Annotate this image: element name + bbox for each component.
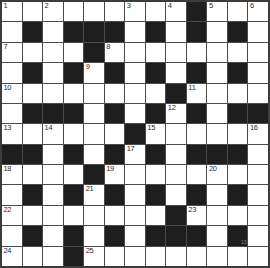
cell-r8c7[interactable]: 17	[125, 145, 145, 164]
cell-r2c13[interactable]	[248, 22, 268, 41]
cell-r10c11[interactable]	[207, 185, 227, 204]
cell-r4c1[interactable]	[2, 63, 22, 82]
black-cell-r10c12	[228, 185, 248, 204]
black-cell-r12c2	[23, 226, 43, 245]
cell-r1c6[interactable]	[105, 2, 125, 21]
clue-number-22: 22	[4, 206, 12, 214]
black-cell-r12c10	[187, 226, 207, 245]
black-cell-r8c8	[146, 145, 166, 164]
cell-r5c13[interactable]	[248, 84, 268, 103]
cell-r4c5[interactable]: 9	[84, 63, 104, 82]
black-cell-r2c12	[228, 22, 248, 41]
cell-r5c5[interactable]	[84, 84, 104, 103]
black-cell-r6c8	[146, 104, 166, 123]
clue-number-14: 14	[45, 124, 53, 132]
clue-number-7: 7	[4, 43, 8, 51]
cell-r7c9[interactable]	[166, 124, 186, 143]
cell-r2c7[interactable]	[125, 22, 145, 41]
black-cell-r12c6	[105, 226, 125, 245]
cell-r10c3[interactable]	[43, 185, 63, 204]
cell-r13c13[interactable]	[248, 247, 268, 266]
cell-r12c13[interactable]	[248, 226, 268, 245]
black-cell-r6c13	[248, 104, 268, 123]
black-cell-r2c2	[23, 22, 43, 41]
cell-r2c3[interactable]	[43, 22, 63, 41]
cell-r13c10[interactable]	[187, 247, 207, 266]
cell-r9c10[interactable]	[187, 165, 207, 184]
cell-r1c1[interactable]: 1	[2, 2, 22, 21]
cell-r7c10[interactable]	[187, 124, 207, 143]
cell-r5c1[interactable]: 10	[2, 84, 22, 103]
cell-r12c5[interactable]	[84, 226, 104, 245]
black-cell-r4c12	[228, 63, 248, 82]
black-cell-r9c5	[84, 165, 104, 184]
cell-r9c4[interactable]	[64, 165, 84, 184]
clue-number-8: 8	[106, 43, 110, 51]
clue-number-16: 16	[250, 124, 258, 132]
cell-r5c2[interactable]	[23, 84, 43, 103]
black-cell-r12c12: 13	[228, 226, 248, 245]
crossword-grid: 1234567891011121314151617181920212223132…	[0, 0, 270, 268]
cell-r1c9[interactable]: 4	[166, 2, 186, 21]
cell-r3c8[interactable]	[146, 43, 166, 62]
black-cell-r6c6	[105, 104, 125, 123]
cell-r2c11[interactable]	[207, 22, 227, 41]
cell-r7c6[interactable]	[105, 124, 125, 143]
cell-r6c9[interactable]: 12	[166, 104, 186, 123]
clue-number-4: 4	[168, 2, 172, 10]
cell-r6c7[interactable]	[125, 104, 145, 123]
cell-r1c11[interactable]: 5	[207, 2, 227, 21]
black-cell-r2c5	[84, 22, 104, 41]
cell-r9c7[interactable]	[125, 165, 145, 184]
cell-r7c4[interactable]	[64, 124, 84, 143]
clue-number-6: 6	[250, 2, 254, 10]
black-cell-r4c6	[105, 63, 125, 82]
cell-r9c13[interactable]	[248, 165, 268, 184]
cell-r3c2[interactable]	[23, 43, 43, 62]
black-cell-r8c11	[207, 145, 227, 164]
black-cell-r10c8	[146, 185, 166, 204]
clue-number-25: 25	[86, 247, 94, 255]
cell-r3c7[interactable]	[125, 43, 145, 62]
cell-r11c6[interactable]	[105, 206, 125, 225]
cell-r2c1[interactable]	[2, 22, 22, 41]
cell-r4c13[interactable]	[248, 63, 268, 82]
cell-r8c13[interactable]	[248, 145, 268, 164]
black-cell-r8c4	[64, 145, 84, 164]
clue-number-9: 9	[86, 63, 90, 71]
cell-r5c7[interactable]	[125, 84, 145, 103]
black-cell-r10c4	[64, 185, 84, 204]
cell-r7c13[interactable]: 16	[248, 124, 268, 143]
black-cell-r6c2	[23, 104, 43, 123]
cell-r13c7[interactable]	[125, 247, 145, 266]
clue-number-18: 18	[4, 165, 12, 173]
black-cell-r3c5	[84, 43, 104, 62]
cell-r11c4[interactable]	[64, 206, 84, 225]
black-cell-r6c4	[64, 104, 84, 123]
clue-number-11: 11	[188, 84, 195, 92]
cell-r5c4[interactable]	[64, 84, 84, 103]
black-cell-r1c10	[187, 2, 207, 21]
clue-number-12: 12	[168, 104, 176, 112]
cell-r6c5[interactable]	[84, 104, 104, 123]
cell-r11c1[interactable]: 22	[2, 206, 22, 225]
cell-r7c8[interactable]: 15	[146, 124, 166, 143]
cell-r8c3[interactable]	[43, 145, 63, 164]
cell-r5c8[interactable]	[146, 84, 166, 103]
watermark: 13	[241, 240, 247, 245]
cell-r3c6[interactable]: 8	[105, 43, 125, 62]
cell-r9c12[interactable]	[228, 165, 248, 184]
cell-r8c9[interactable]	[166, 145, 186, 164]
cell-r13c2[interactable]	[23, 247, 43, 266]
cell-r3c12[interactable]	[228, 43, 248, 62]
cell-r1c2[interactable]	[23, 2, 43, 21]
black-cell-r4c8	[146, 63, 166, 82]
cell-r11c10[interactable]: 23	[187, 206, 207, 225]
black-cell-r11c9	[166, 206, 186, 225]
cell-r4c7[interactable]	[125, 63, 145, 82]
black-cell-r4c4	[64, 63, 84, 82]
cell-r12c1[interactable]	[2, 226, 22, 245]
black-cell-r6c10	[187, 104, 207, 123]
cell-r13c9[interactable]	[166, 247, 186, 266]
clue-number-15: 15	[147, 124, 155, 132]
cell-r4c11[interactable]	[207, 63, 227, 82]
cell-r5c10[interactable]: 11	[187, 84, 207, 103]
cell-r7c3[interactable]: 14	[43, 124, 63, 143]
black-cell-r2c6	[105, 22, 125, 41]
cell-r13c1[interactable]: 24	[2, 247, 22, 266]
black-cell-r6c12	[228, 104, 248, 123]
black-cell-r2c10	[187, 22, 207, 41]
cell-r3c1[interactable]: 7	[2, 43, 22, 62]
black-cell-r5c9	[166, 84, 186, 103]
clue-number-20: 20	[209, 165, 217, 173]
black-cell-r12c8	[146, 226, 166, 245]
cell-r9c8[interactable]	[146, 165, 166, 184]
black-cell-r10c2	[23, 185, 43, 204]
cell-r3c11[interactable]	[207, 43, 227, 62]
clue-number-1: 1	[4, 2, 8, 10]
clue-number-2: 2	[45, 2, 49, 10]
cell-r12c7[interactable]	[125, 226, 145, 245]
black-cell-r8c6	[105, 145, 125, 164]
cell-r1c4[interactable]	[64, 2, 84, 21]
cell-r13c11[interactable]	[207, 247, 227, 266]
black-cell-r13c4	[64, 247, 84, 266]
crossword-page: 1234567891011121314151617181920212223132…	[0, 0, 270, 268]
clue-number-13: 13	[4, 124, 12, 132]
black-cell-r4c2	[23, 63, 43, 82]
cell-r10c1[interactable]	[2, 185, 22, 204]
cell-r3c3[interactable]	[43, 43, 63, 62]
cell-r11c7[interactable]	[125, 206, 145, 225]
cell-r7c5[interactable]	[84, 124, 104, 143]
cell-r9c3[interactable]	[43, 165, 63, 184]
black-cell-r8c2	[23, 145, 43, 164]
black-cell-r2c8	[146, 22, 166, 41]
cell-r6c1[interactable]	[2, 104, 22, 123]
black-cell-r2c4	[64, 22, 84, 41]
cell-r7c1[interactable]: 13	[2, 124, 22, 143]
cell-r7c2[interactable]	[23, 124, 43, 143]
cell-r13c8[interactable]	[146, 247, 166, 266]
cell-r13c12[interactable]	[228, 247, 248, 266]
cell-r11c2[interactable]	[23, 206, 43, 225]
cell-r9c1[interactable]: 18	[2, 165, 22, 184]
cell-r1c5[interactable]	[84, 2, 104, 21]
clue-number-23: 23	[188, 206, 196, 214]
black-cell-r8c10	[187, 145, 207, 164]
clue-number-5: 5	[209, 2, 213, 10]
cell-r1c7[interactable]: 3	[125, 2, 145, 21]
cell-r13c5[interactable]: 25	[84, 247, 104, 266]
cell-r3c9[interactable]	[166, 43, 186, 62]
cell-r12c3[interactable]	[43, 226, 63, 245]
cell-r4c9[interactable]	[166, 63, 186, 82]
clue-number-17: 17	[127, 145, 135, 153]
cell-r10c13[interactable]	[248, 185, 268, 204]
black-cell-r10c10	[187, 185, 207, 204]
cell-r11c8[interactable]	[146, 206, 166, 225]
cell-r11c13[interactable]	[248, 206, 268, 225]
cell-r5c12[interactable]	[228, 84, 248, 103]
black-cell-r7c7	[125, 124, 145, 143]
cell-r9c9[interactable]	[166, 165, 186, 184]
cell-r3c13[interactable]	[248, 43, 268, 62]
cell-r9c2[interactable]	[23, 165, 43, 184]
cell-r1c8[interactable]	[146, 2, 166, 21]
cell-r11c11[interactable]	[207, 206, 227, 225]
cell-r9c11[interactable]: 20	[207, 165, 227, 184]
cell-r10c9[interactable]	[166, 185, 186, 204]
cell-r1c3[interactable]: 2	[43, 2, 63, 21]
cell-r8c5[interactable]	[84, 145, 104, 164]
cell-r1c12[interactable]	[228, 2, 248, 21]
cell-r5c6[interactable]	[105, 84, 125, 103]
cell-r10c5[interactable]: 21	[84, 185, 104, 204]
cell-r13c6[interactable]	[105, 247, 125, 266]
clue-number-19: 19	[106, 165, 114, 173]
cell-r5c11[interactable]	[207, 84, 227, 103]
clue-number-21: 21	[86, 185, 94, 193]
cell-r9c6[interactable]: 19	[105, 165, 125, 184]
cell-r4c3[interactable]	[43, 63, 63, 82]
cell-r7c12[interactable]	[228, 124, 248, 143]
clue-number-10: 10	[4, 84, 12, 92]
cell-r11c12[interactable]	[228, 206, 248, 225]
cell-r3c4[interactable]	[64, 43, 84, 62]
cell-r11c3[interactable]	[43, 206, 63, 225]
cell-r7c11[interactable]	[207, 124, 227, 143]
black-cell-r6c3	[43, 104, 63, 123]
cell-r6c11[interactable]	[207, 104, 227, 123]
clue-number-24: 24	[4, 247, 12, 255]
black-cell-r12c4	[64, 226, 84, 245]
cell-r3c10[interactable]	[187, 43, 207, 62]
cell-r13c3[interactable]	[43, 247, 63, 266]
cell-r12c11[interactable]	[207, 226, 227, 245]
cell-r10c7[interactable]	[125, 185, 145, 204]
black-cell-r10c6	[105, 185, 125, 204]
cell-r5c3[interactable]	[43, 84, 63, 103]
black-cell-r12c9	[166, 226, 186, 245]
black-cell-r4c10	[187, 63, 207, 82]
black-cell-r8c12	[228, 145, 248, 164]
clue-number-3: 3	[127, 2, 131, 10]
cell-r2c9[interactable]	[166, 22, 186, 41]
black-cell-r8c1	[2, 145, 22, 164]
cell-r1c13[interactable]: 6	[248, 2, 268, 21]
cell-r11c5[interactable]	[84, 206, 104, 225]
